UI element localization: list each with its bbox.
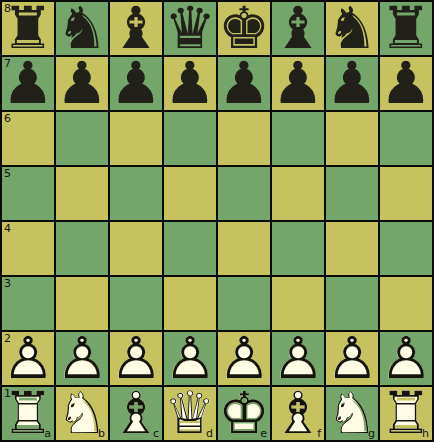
square-f6[interactable]: [272, 112, 324, 165]
square-e5[interactable]: [218, 167, 270, 220]
square-b8[interactable]: ♞: [56, 2, 108, 55]
piece-outline-glyph: ♔: [218, 387, 270, 440]
piece-outline-glyph: ♙: [56, 332, 108, 385]
square-d8[interactable]: ♛: [164, 2, 216, 55]
piece-white-knight[interactable]: ♞♘: [56, 387, 108, 440]
piece-black-pawn[interactable]: ♟: [218, 57, 270, 110]
square-e6[interactable]: [218, 112, 270, 165]
square-c6[interactable]: [110, 112, 162, 165]
square-e1[interactable]: e♚♔: [218, 387, 270, 440]
square-f8[interactable]: ♝: [272, 2, 324, 55]
piece-outline-glyph: ♕: [164, 387, 216, 440]
piece-outline-glyph: ♖: [380, 387, 432, 440]
square-b1[interactable]: b♞♘: [56, 387, 108, 440]
square-b5[interactable]: [56, 167, 108, 220]
square-c5[interactable]: [110, 167, 162, 220]
square-d1[interactable]: d♛♕: [164, 387, 216, 440]
square-c3[interactable]: [110, 277, 162, 330]
square-g7[interactable]: ♟: [326, 57, 378, 110]
square-c2[interactable]: ♟♙: [110, 332, 162, 385]
square-h1[interactable]: h♜♖: [380, 387, 432, 440]
square-e7[interactable]: ♟: [218, 57, 270, 110]
rank-label-3: 3: [4, 278, 11, 289]
piece-black-bishop[interactable]: ♝: [272, 2, 324, 55]
piece-white-pawn[interactable]: ♟♙: [2, 332, 54, 385]
square-g1[interactable]: g♞♘: [326, 387, 378, 440]
square-a3[interactable]: 3: [2, 277, 54, 330]
piece-outline-glyph: ♙: [110, 332, 162, 385]
square-f4[interactable]: [272, 222, 324, 275]
piece-black-rook[interactable]: ♜: [2, 2, 54, 55]
piece-black-pawn[interactable]: ♟: [56, 57, 108, 110]
piece-outline-glyph: ♙: [272, 332, 324, 385]
square-e2[interactable]: ♟♙: [218, 332, 270, 385]
square-g8[interactable]: ♞: [326, 2, 378, 55]
square-h4[interactable]: [380, 222, 432, 275]
piece-black-rook[interactable]: ♜: [380, 2, 432, 55]
square-f7[interactable]: ♟: [272, 57, 324, 110]
square-a4[interactable]: 4: [2, 222, 54, 275]
piece-outline-glyph: ♙: [164, 332, 216, 385]
square-f5[interactable]: [272, 167, 324, 220]
chess-board: 8♜♞♝♛♚♝♞♜7♟♟♟♟♟♟♟♟65432♟♙♟♙♟♙♟♙♟♙♟♙♟♙♟♙1…: [0, 0, 434, 442]
piece-white-bishop[interactable]: ♝♗: [272, 387, 324, 440]
square-d6[interactable]: [164, 112, 216, 165]
piece-outline-glyph: ♘: [326, 387, 378, 440]
piece-black-bishop[interactable]: ♝: [110, 2, 162, 55]
square-a8[interactable]: 8♜: [2, 2, 54, 55]
piece-white-pawn[interactable]: ♟♙: [380, 332, 432, 385]
piece-white-king[interactable]: ♚♔: [218, 387, 270, 440]
piece-black-pawn[interactable]: ♟: [380, 57, 432, 110]
square-g3[interactable]: [326, 277, 378, 330]
square-d2[interactable]: ♟♙: [164, 332, 216, 385]
square-b6[interactable]: [56, 112, 108, 165]
piece-outline-glyph: ♙: [218, 332, 270, 385]
square-b2[interactable]: ♟♙: [56, 332, 108, 385]
square-d3[interactable]: [164, 277, 216, 330]
piece-black-queen[interactable]: ♛: [164, 2, 216, 55]
square-e8[interactable]: ♚: [218, 2, 270, 55]
square-c1[interactable]: c♝♗: [110, 387, 162, 440]
square-a6[interactable]: 6: [2, 112, 54, 165]
square-g4[interactable]: [326, 222, 378, 275]
piece-black-pawn[interactable]: ♟: [110, 57, 162, 110]
rank-label-5: 5: [4, 168, 11, 179]
square-a5[interactable]: 5: [2, 167, 54, 220]
square-b3[interactable]: [56, 277, 108, 330]
square-b7[interactable]: ♟: [56, 57, 108, 110]
square-a2[interactable]: 2♟♙: [2, 332, 54, 385]
square-b4[interactable]: [56, 222, 108, 275]
piece-outline-glyph: ♙: [380, 332, 432, 385]
square-h5[interactable]: [380, 167, 432, 220]
square-f2[interactable]: ♟♙: [272, 332, 324, 385]
piece-white-queen[interactable]: ♛♕: [164, 387, 216, 440]
square-h3[interactable]: [380, 277, 432, 330]
piece-black-pawn[interactable]: ♟: [164, 57, 216, 110]
piece-white-pawn[interactable]: ♟♙: [56, 332, 108, 385]
square-h7[interactable]: ♟: [380, 57, 432, 110]
piece-white-rook[interactable]: ♜♖: [380, 387, 432, 440]
piece-outline-glyph: ♘: [56, 387, 108, 440]
piece-outline-glyph: ♙: [326, 332, 378, 385]
rank-label-6: 6: [4, 113, 11, 124]
square-c4[interactable]: [110, 222, 162, 275]
square-d4[interactable]: [164, 222, 216, 275]
square-h2[interactable]: ♟♙: [380, 332, 432, 385]
square-a1[interactable]: 1a♜♖: [2, 387, 54, 440]
square-g2[interactable]: ♟♙: [326, 332, 378, 385]
square-e3[interactable]: [218, 277, 270, 330]
square-d7[interactable]: ♟: [164, 57, 216, 110]
piece-outline-glyph: ♗: [110, 387, 162, 440]
square-c8[interactable]: ♝: [110, 2, 162, 55]
square-g6[interactable]: [326, 112, 378, 165]
square-c7[interactable]: ♟: [110, 57, 162, 110]
piece-black-pawn[interactable]: ♟: [326, 57, 378, 110]
piece-black-knight[interactable]: ♞: [56, 2, 108, 55]
square-e4[interactable]: [218, 222, 270, 275]
square-g5[interactable]: [326, 167, 378, 220]
piece-black-knight[interactable]: ♞: [326, 2, 378, 55]
piece-outline-glyph: ♗: [272, 387, 324, 440]
square-a7[interactable]: 7♟: [2, 57, 54, 110]
piece-black-pawn[interactable]: ♟: [272, 57, 324, 110]
square-f3[interactable]: [272, 277, 324, 330]
square-h8[interactable]: ♜: [380, 2, 432, 55]
piece-white-pawn[interactable]: ♟♙: [218, 332, 270, 385]
piece-white-pawn[interactable]: ♟♙: [272, 332, 324, 385]
piece-black-king[interactable]: ♚: [218, 2, 270, 55]
piece-white-pawn[interactable]: ♟♙: [326, 332, 378, 385]
piece-white-bishop[interactable]: ♝♗: [110, 387, 162, 440]
piece-white-rook[interactable]: ♜♖: [2, 387, 54, 440]
piece-white-knight[interactable]: ♞♘: [326, 387, 378, 440]
piece-white-pawn[interactable]: ♟♙: [164, 332, 216, 385]
piece-outline-glyph: ♖: [2, 387, 54, 440]
piece-white-pawn[interactable]: ♟♙: [110, 332, 162, 385]
square-d5[interactable]: [164, 167, 216, 220]
piece-outline-glyph: ♙: [2, 332, 54, 385]
square-f1[interactable]: f♝♗: [272, 387, 324, 440]
rank-label-4: 4: [4, 223, 11, 234]
square-h6[interactable]: [380, 112, 432, 165]
piece-black-pawn[interactable]: ♟: [2, 57, 54, 110]
